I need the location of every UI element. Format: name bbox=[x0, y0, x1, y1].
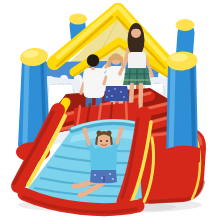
boy-standing-hair bbox=[87, 54, 99, 66]
right-post-base-wrap bbox=[164, 145, 200, 166]
bounce-house-illustration bbox=[0, 0, 220, 220]
product-photo bbox=[0, 0, 220, 220]
girl-blonde-skirt bbox=[104, 86, 130, 101]
front-right-post bbox=[164, 50, 200, 166]
